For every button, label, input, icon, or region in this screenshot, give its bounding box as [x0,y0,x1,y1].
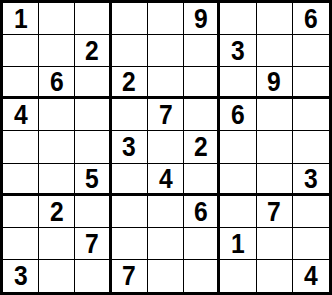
cell-r8c7: 1 [220,228,256,260]
given-digit: 3 [14,261,28,290]
given-digit: 6 [50,67,64,96]
given-digit: 1 [231,229,245,258]
cell-r3c6[interactable] [184,67,220,99]
cell-r3c7[interactable] [220,67,256,99]
given-digit: 7 [122,261,136,290]
given-digit: 4 [159,164,173,193]
cell-r8c1[interactable] [3,228,39,260]
cell-r3c4: 2 [112,67,148,99]
cell-r3c5[interactable] [148,67,184,99]
given-digit: 9 [267,67,281,96]
cell-r4c1: 4 [3,99,39,131]
cell-r6c1[interactable] [3,164,39,196]
given-digit: 4 [14,100,28,129]
given-digit: 2 [122,67,136,96]
given-digit: 6 [231,100,245,129]
cell-r9c4: 7 [112,260,148,292]
cell-r6c3: 5 [75,164,111,196]
cell-r2c6[interactable] [184,35,220,67]
cell-r9c5[interactable] [148,260,184,292]
cell-r6c4[interactable] [112,164,148,196]
cell-r5c6: 2 [184,131,220,163]
cell-r5c9[interactable] [293,131,329,163]
cell-r1c7[interactable] [220,3,256,35]
cell-r2c7: 3 [220,35,256,67]
given-digit: 6 [194,197,208,226]
given-digit: 1 [14,4,28,33]
cell-r4c5: 7 [148,99,184,131]
cell-r8c6[interactable] [184,228,220,260]
cell-r4c4[interactable] [112,99,148,131]
cell-r2c4[interactable] [112,35,148,67]
sudoku-board: 196236294763254326771374 [0,0,332,295]
cell-r4c2[interactable] [39,99,75,131]
given-digit: 4 [304,261,318,290]
cell-r4c8[interactable] [257,99,293,131]
cell-r1c4[interactable] [112,3,148,35]
cell-r4c3[interactable] [75,99,111,131]
cell-r1c5[interactable] [148,3,184,35]
cell-r8c8[interactable] [257,228,293,260]
cell-r3c3[interactable] [75,67,111,99]
cell-r3c8: 9 [257,67,293,99]
cell-r8c9[interactable] [293,228,329,260]
cell-r4c6[interactable] [184,99,220,131]
cell-r6c9: 3 [293,164,329,196]
cell-r5c8[interactable] [257,131,293,163]
given-digit: 7 [267,197,281,226]
cell-r6c6[interactable] [184,164,220,196]
given-digit: 2 [85,36,99,65]
cell-r2c1[interactable] [3,35,39,67]
given-digit: 5 [85,164,99,193]
cell-r5c2[interactable] [39,131,75,163]
cell-r5c1[interactable] [3,131,39,163]
cell-r1c8[interactable] [257,3,293,35]
cell-r5c3[interactable] [75,131,111,163]
given-digit: 2 [194,132,208,161]
given-digit: 3 [122,132,136,161]
cell-r7c7[interactable] [220,196,256,228]
cell-r1c3[interactable] [75,3,111,35]
cell-r7c5[interactable] [148,196,184,228]
cell-r9c3[interactable] [75,260,111,292]
cell-r4c9[interactable] [293,99,329,131]
cell-r1c9: 6 [293,3,329,35]
given-digit: 2 [50,197,64,226]
given-digit: 6 [304,4,318,33]
cell-r8c2[interactable] [39,228,75,260]
cell-r9c2[interactable] [39,260,75,292]
cell-r7c4[interactable] [112,196,148,228]
cell-r1c2[interactable] [39,3,75,35]
cell-r6c2[interactable] [39,164,75,196]
cell-r5c5[interactable] [148,131,184,163]
cell-r9c7[interactable] [220,260,256,292]
cell-r2c9[interactable] [293,35,329,67]
cell-r9c9: 4 [293,260,329,292]
cell-r2c2[interactable] [39,35,75,67]
cell-r8c3: 7 [75,228,111,260]
cell-r5c7[interactable] [220,131,256,163]
cell-r3c9[interactable] [293,67,329,99]
cell-r1c6: 9 [184,3,220,35]
cell-r9c1: 3 [3,260,39,292]
cell-r6c7[interactable] [220,164,256,196]
given-digit: 7 [159,100,173,129]
cell-r6c5: 4 [148,164,184,196]
cell-r7c9[interactable] [293,196,329,228]
given-digit: 3 [304,164,318,193]
cell-r7c2: 2 [39,196,75,228]
cell-r5c4: 3 [112,131,148,163]
cell-r7c6: 6 [184,196,220,228]
cell-r1c1: 1 [3,3,39,35]
cell-r6c8[interactable] [257,164,293,196]
cell-r8c5[interactable] [148,228,184,260]
cell-r2c5[interactable] [148,35,184,67]
cell-r4c7: 6 [220,99,256,131]
given-digit: 9 [194,4,208,33]
given-digit: 3 [231,36,245,65]
cell-r3c2: 6 [39,67,75,99]
cell-r8c4[interactable] [112,228,148,260]
cell-r7c3[interactable] [75,196,111,228]
cell-r3c1[interactable] [3,67,39,99]
given-digit: 7 [85,229,99,258]
cell-r2c3: 2 [75,35,111,67]
cell-r7c8: 7 [257,196,293,228]
cell-r9c6[interactable] [184,260,220,292]
cell-r9c8[interactable] [257,260,293,292]
cell-r2c8[interactable] [257,35,293,67]
cell-r7c1[interactable] [3,196,39,228]
